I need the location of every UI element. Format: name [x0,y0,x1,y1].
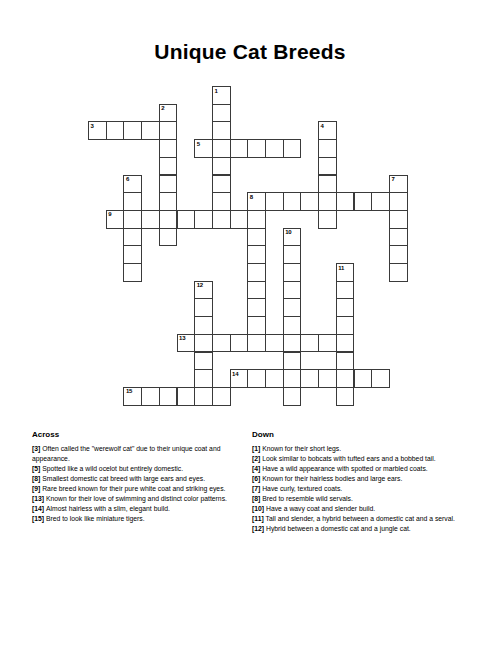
clue-number-label: [6] [252,475,262,482]
grid-cell-r8c11[interactable]: 10 [283,228,302,247]
grid-cell-r10c2[interactable] [123,263,142,282]
grid-cell-r2c7[interactable] [212,121,231,140]
cell-number-1: 1 [214,88,217,94]
clue-number-label: [4] [252,465,262,472]
clue-number-label: [13] [32,495,46,502]
down-clue-6: [6] Known for their hairless bodies and … [252,474,470,484]
grid-cell-r16c10[interactable] [265,369,284,388]
grid-cell-r7c17[interactable] [389,210,408,229]
across-clue-14: [14] Almost hairless with a slim, elegan… [32,504,244,514]
grid-cell-r8c17[interactable] [389,228,408,247]
grid-cell-r7c4[interactable] [159,210,178,229]
grid-cell-r17c2[interactable]: 15 [123,387,142,406]
grid-cell-r14c12[interactable] [300,334,319,353]
grid-cell-r2c1[interactable] [106,121,125,140]
grid-cell-r16c14[interactable] [336,369,355,388]
across-clue-3: [3] Often called the "werewolf cat" due … [32,444,244,464]
grid-cell-r7c9[interactable] [247,210,266,229]
cell-number-10: 10 [285,229,291,235]
grid-cell-r7c6[interactable] [194,210,213,229]
grid-cell-r12c11[interactable] [283,298,302,317]
grid-cell-r13c6[interactable] [194,316,213,335]
down-clue-1: [1] Known for their short legs. [252,444,470,454]
cell-number-9: 9 [108,211,111,217]
grid-cell-r3c13[interactable] [318,139,337,158]
grid-cell-r6c16[interactable] [371,192,390,211]
cell-number-13: 13 [179,335,185,341]
grid-cell-r6c13[interactable] [318,192,337,211]
across-clue-5: [5] Spotted like a wild ocelot but entir… [32,464,244,474]
grid-cell-r14c6[interactable] [194,334,213,353]
grid-cell-r16c9[interactable] [247,369,266,388]
grid-cell-r5c4[interactable] [159,175,178,194]
grid-cell-r16c16[interactable] [371,369,390,388]
grid-cell-r14c14[interactable] [336,334,355,353]
grid-cell-r6c11[interactable] [283,192,302,211]
down-clue-4: [4] Have a wild appearance with spotted … [252,464,470,474]
grid-cell-r2c4[interactable] [159,121,178,140]
grid-cell-r17c7[interactable] [212,387,231,406]
grid-cell-r12c9[interactable] [247,298,266,317]
grid-cell-r16c13[interactable] [318,369,337,388]
cell-number-6: 6 [126,176,129,182]
grid-cell-r15c6[interactable] [194,352,213,371]
grid-cell-r17c3[interactable] [141,387,160,406]
grid-cell-r6c17[interactable] [389,192,408,211]
clue-number-label: [14] [32,505,46,512]
grid-cell-r12c6[interactable] [194,298,213,317]
grid-cell-r10c9[interactable] [247,263,266,282]
clue-number-label: [3] [32,445,42,452]
grid-cell-r16c15[interactable] [354,369,373,388]
grid-cell-r15c11[interactable] [283,352,302,371]
cell-number-14: 14 [232,371,238,377]
grid-cell-r11c11[interactable] [283,281,302,300]
down-clue-list: [1] Known for their short legs.[2] Look … [252,444,470,534]
grid-cell-r7c8[interactable] [230,210,249,229]
grid-cell-r7c1[interactable]: 9 [106,210,125,229]
grid-cell-r14c9[interactable] [247,334,266,353]
grid-cell-r3c10[interactable] [265,139,284,158]
clue-number-label: [15] [32,515,46,522]
cell-number-5: 5 [197,141,200,147]
down-clue-12: [12] Hybrid between a domestic cat and a… [252,524,470,534]
grid-cell-r7c7[interactable] [212,210,231,229]
grid-cell-r14c8[interactable] [230,334,249,353]
across-clues-section: Across [3] Often called the "werewolf ca… [32,430,244,524]
grid-cell-r7c5[interactable] [177,210,196,229]
grid-cell-r6c10[interactable] [265,192,284,211]
down-header: Down [252,430,470,440]
grid-cell-r13c9[interactable] [247,316,266,335]
grid-cell-r7c13[interactable] [318,210,337,229]
grid-cell-r14c10[interactable] [265,334,284,353]
grid-cell-r13c11[interactable] [283,316,302,335]
clue-number-label: [5] [32,465,42,472]
grid-cell-r1c4[interactable]: 2 [159,104,178,123]
grid-cell-r11c6[interactable]: 12 [194,281,213,300]
down-clues-section: Down [1] Known for their short legs.[2] … [252,430,470,534]
grid-cell-r9c11[interactable] [283,245,302,264]
grid-cell-r14c11[interactable] [283,334,302,353]
clue-number-label: [8] [252,495,262,502]
grid-cell-r9c17[interactable] [389,245,408,264]
cell-number-2: 2 [161,105,164,111]
grid-cell-r10c17[interactable] [389,263,408,282]
grid-cell-r10c11[interactable] [283,263,302,282]
grid-cell-r6c2[interactable] [123,192,142,211]
grid-cell-r2c0[interactable]: 3 [88,121,107,140]
grid-cell-r16c12[interactable] [300,369,319,388]
grid-cell-r6c15[interactable] [354,192,373,211]
clue-number-label: [8] [32,475,42,482]
grid-cell-r5c7[interactable] [212,175,231,194]
grid-cell-r6c14[interactable] [336,192,355,211]
grid-cell-r17c5[interactable] [177,387,196,406]
crossword-grid: 123456789101112131415 [88,86,408,406]
grid-cell-r5c13[interactable] [318,175,337,194]
grid-cell-r2c2[interactable] [123,121,142,140]
grid-cell-r17c11[interactable] [283,387,302,406]
across-clue-8: [8] Smallest domestic cat breed with lar… [32,474,244,484]
clue-number-label: [10] [252,505,266,512]
grid-cell-r3c11[interactable] [283,139,302,158]
grid-cell-r6c4[interactable] [159,192,178,211]
grid-cell-r6c7[interactable] [212,192,231,211]
grid-cell-r6c12[interactable] [300,192,319,211]
crossword-page: Unique Cat Breeds 123456789101112131415 … [0,0,500,647]
grid-cell-r14c13[interactable] [318,334,337,353]
grid-cell-r14c7[interactable] [212,334,231,353]
grid-cell-r5c2[interactable]: 6 [123,175,142,194]
grid-cell-r17c6[interactable] [194,387,213,406]
cell-number-15: 15 [126,388,132,394]
puzzle-title: Unique Cat Breeds [0,40,500,64]
down-clue-8: [8] Bred to resemble wild servals. [252,494,470,504]
grid-cell-r9c2[interactable] [123,245,142,264]
grid-cell-r9c9[interactable] [247,245,266,264]
down-clue-2: [2] Look similar to bobcats with tufted … [252,454,470,464]
grid-cell-r16c8[interactable]: 14 [230,369,249,388]
grid-cell-r15c14[interactable] [336,352,355,371]
grid-cell-r7c3[interactable] [141,210,160,229]
grid-cell-r3c8[interactable] [230,139,249,158]
grid-cell-r16c6[interactable] [194,369,213,388]
grid-cell-r1c7[interactable] [212,104,231,123]
cell-number-3: 3 [91,123,94,129]
cell-number-7: 7 [391,176,394,182]
down-clue-10: [10] Have a wavy coat and slender build. [252,504,470,514]
clue-number-label: [2] [252,455,262,462]
grid-cell-r3c4[interactable] [159,139,178,158]
grid-cell-r0c7[interactable]: 1 [212,86,231,105]
across-clue-15: [15] Bred to look like miniature tigers. [32,514,244,524]
grid-cell-r8c2[interactable] [123,228,142,247]
grid-cell-r13c14[interactable] [336,316,355,335]
clue-number-label: [12] [252,525,266,532]
down-clue-7: [7] Have curly, textured coats. [252,484,470,494]
grid-cell-r11c9[interactable] [247,281,266,300]
grid-cell-r4c7[interactable] [212,157,231,176]
across-header: Across [32,430,244,440]
cell-number-12: 12 [197,282,203,288]
grid-cell-r3c6[interactable]: 5 [194,139,213,158]
grid-cell-r7c2[interactable] [123,210,142,229]
grid-cell-r11c14[interactable] [336,281,355,300]
grid-cell-r2c13[interactable]: 4 [318,121,337,140]
down-clue-11: [11] Tall and slender, a hybrid between … [252,514,470,524]
clue-number-label: [7] [252,485,262,492]
grid-cell-r6c9[interactable]: 8 [247,192,266,211]
clue-number-label: [9] [32,485,42,492]
grid-cell-r17c4[interactable] [159,387,178,406]
grid-cell-r3c7[interactable] [212,139,231,158]
grid-cell-r12c14[interactable] [336,298,355,317]
grid-cell-r17c14[interactable] [336,387,355,406]
grid-cell-r8c4[interactable] [159,228,178,247]
across-clue-13: [13] Known for their love of swimming an… [32,494,244,504]
grid-cell-r4c4[interactable] [159,157,178,176]
across-clue-list: [3] Often called the "werewolf cat" due … [32,444,244,524]
cell-number-4: 4 [321,123,324,129]
grid-cell-r14c5[interactable]: 13 [177,334,196,353]
grid-cell-r3c9[interactable] [247,139,266,158]
across-clue-9: [9] Rare breed known for their pure whit… [32,484,244,494]
clue-number-label: [11] [252,515,266,522]
grid-cell-r16c11[interactable] [283,369,302,388]
grid-cell-r10c14[interactable]: 11 [336,263,355,282]
clue-number-label: [1] [252,445,262,452]
grid-cell-r4c13[interactable] [318,157,337,176]
grid-cell-r8c9[interactable] [247,228,266,247]
grid-cell-r5c17[interactable]: 7 [389,175,408,194]
cell-number-8: 8 [250,194,253,200]
grid-cell-r2c3[interactable] [141,121,160,140]
cell-number-11: 11 [338,265,344,271]
